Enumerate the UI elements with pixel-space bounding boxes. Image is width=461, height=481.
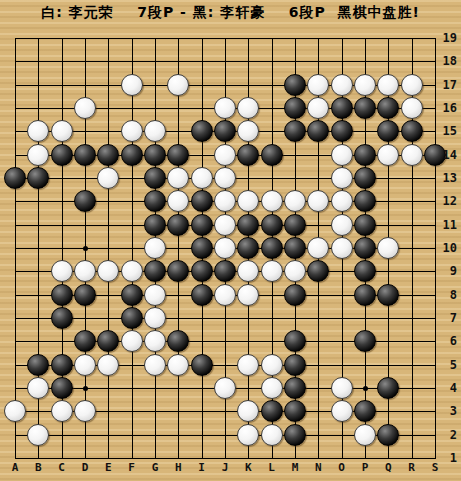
- stone-black: [121, 284, 143, 306]
- stone-white: [144, 284, 166, 306]
- stone-white: [214, 97, 236, 119]
- column-label: Q: [378, 461, 398, 474]
- stone-black: [354, 260, 376, 282]
- stone-black: [51, 377, 73, 399]
- stone-black: [214, 120, 236, 142]
- row-label: 2: [437, 428, 457, 442]
- stone-black: [121, 144, 143, 166]
- row-label: 17: [437, 78, 457, 92]
- column-label: G: [145, 461, 165, 474]
- stone-white: [74, 354, 96, 376]
- stone-black: [284, 400, 306, 422]
- stone-black: [284, 354, 306, 376]
- stone-white: [144, 237, 166, 259]
- stone-white: [4, 400, 26, 422]
- stone-black: [144, 190, 166, 212]
- stone-white: [27, 377, 49, 399]
- grid-line: [435, 38, 436, 459]
- stone-black: [74, 144, 96, 166]
- stone-white: [261, 424, 283, 446]
- stone-black: [51, 307, 73, 329]
- stone-black: [354, 330, 376, 352]
- stone-black: [121, 307, 143, 329]
- row-label: 13: [437, 171, 457, 185]
- grid-line: [15, 458, 436, 459]
- stone-white: [191, 167, 213, 189]
- stone-black: [354, 167, 376, 189]
- stone-white: [167, 74, 189, 96]
- stone-white: [121, 330, 143, 352]
- column-label: K: [238, 461, 258, 474]
- stone-white: [144, 354, 166, 376]
- stone-black: [307, 260, 329, 282]
- stone-black: [377, 284, 399, 306]
- stone-black: [261, 144, 283, 166]
- stone-white: [214, 377, 236, 399]
- row-label: 1: [437, 451, 457, 465]
- stone-black: [307, 120, 329, 142]
- stone-white: [97, 260, 119, 282]
- column-label: B: [28, 461, 48, 474]
- stone-white: [51, 120, 73, 142]
- stone-black: [144, 214, 166, 236]
- stone-white: [214, 214, 236, 236]
- stone-black: [51, 354, 73, 376]
- stone-black: [377, 377, 399, 399]
- row-label: 9: [437, 264, 457, 278]
- stone-black: [4, 167, 26, 189]
- stone-black: [27, 167, 49, 189]
- stone-white: [284, 260, 306, 282]
- stone-white: [377, 237, 399, 259]
- column-label: I: [192, 461, 212, 474]
- stone-black: [191, 120, 213, 142]
- stone-white: [261, 377, 283, 399]
- column-label: R: [402, 461, 422, 474]
- stone-black: [167, 330, 189, 352]
- stone-black: [261, 214, 283, 236]
- stone-black: [331, 120, 353, 142]
- stone-black: [191, 284, 213, 306]
- stone-white: [401, 144, 423, 166]
- stone-white: [331, 74, 353, 96]
- stone-black: [354, 284, 376, 306]
- stone-white: [237, 424, 259, 446]
- stone-white: [261, 190, 283, 212]
- stone-white: [401, 97, 423, 119]
- stone-black: [74, 284, 96, 306]
- stone-black: [167, 214, 189, 236]
- stone-black: [354, 97, 376, 119]
- stone-black: [377, 120, 399, 142]
- stone-white: [121, 74, 143, 96]
- stone-black: [284, 377, 306, 399]
- stone-white: [144, 307, 166, 329]
- stone-black: [237, 237, 259, 259]
- column-label: J: [215, 461, 235, 474]
- stone-white: [237, 354, 259, 376]
- stone-black: [284, 120, 306, 142]
- stone-black: [191, 260, 213, 282]
- stone-white: [27, 144, 49, 166]
- row-label: 8: [437, 288, 457, 302]
- stone-black: [144, 144, 166, 166]
- row-label: 5: [437, 358, 457, 372]
- stone-black: [191, 354, 213, 376]
- game-info-title: 白: 李元荣 7段P - 黑: 李轩豪 6段P 黑棋中盘胜!: [0, 4, 461, 22]
- stone-white: [214, 167, 236, 189]
- stone-white: [214, 284, 236, 306]
- stone-white: [121, 120, 143, 142]
- stone-white: [51, 400, 73, 422]
- stone-black: [354, 400, 376, 422]
- stone-black: [284, 284, 306, 306]
- stone-white: [237, 190, 259, 212]
- stone-black: [354, 214, 376, 236]
- row-label: 19: [437, 31, 457, 45]
- row-label: 14: [437, 148, 457, 162]
- stone-black: [284, 97, 306, 119]
- row-label: 12: [437, 194, 457, 208]
- stone-white: [237, 400, 259, 422]
- stone-black: [237, 214, 259, 236]
- stone-white: [237, 120, 259, 142]
- stone-white: [237, 260, 259, 282]
- stone-black: [377, 424, 399, 446]
- stone-black: [354, 144, 376, 166]
- stone-white: [237, 97, 259, 119]
- stone-white: [51, 260, 73, 282]
- stone-white: [307, 97, 329, 119]
- stone-black: [97, 330, 119, 352]
- row-label: 3: [437, 404, 457, 418]
- stone-white: [74, 400, 96, 422]
- row-label: 11: [437, 218, 457, 232]
- stone-black: [214, 260, 236, 282]
- column-label: C: [52, 461, 72, 474]
- column-label: L: [262, 461, 282, 474]
- stone-white: [27, 120, 49, 142]
- stone-white: [74, 260, 96, 282]
- stone-white: [261, 354, 283, 376]
- stone-black: [191, 190, 213, 212]
- stone-white: [307, 74, 329, 96]
- row-label: 15: [437, 124, 457, 138]
- stone-white: [97, 167, 119, 189]
- stone-white: [401, 74, 423, 96]
- row-label: 18: [437, 54, 457, 68]
- stone-black: [51, 284, 73, 306]
- column-label: O: [332, 461, 352, 474]
- column-label: E: [98, 461, 118, 474]
- star-point: [83, 386, 88, 391]
- stone-white: [354, 424, 376, 446]
- go-game-window: 白: 李元荣 7段P - 黑: 李轩豪 6段P 黑棋中盘胜! ABCDEFGHI…: [0, 0, 461, 481]
- stone-black: [167, 260, 189, 282]
- stone-white: [331, 144, 353, 166]
- stone-white: [74, 97, 96, 119]
- column-label: H: [168, 461, 188, 474]
- row-label: 16: [437, 101, 457, 115]
- stone-black: [261, 400, 283, 422]
- column-label: F: [122, 461, 142, 474]
- stone-white: [331, 167, 353, 189]
- stone-black: [167, 144, 189, 166]
- stone-white: [167, 190, 189, 212]
- stone-black: [354, 237, 376, 259]
- stone-black: [261, 237, 283, 259]
- stone-black: [27, 354, 49, 376]
- column-label: N: [308, 461, 328, 474]
- stone-white: [331, 377, 353, 399]
- row-label: 4: [437, 381, 457, 395]
- stone-black: [377, 97, 399, 119]
- stone-black: [237, 144, 259, 166]
- stone-white: [307, 237, 329, 259]
- stone-white: [284, 190, 306, 212]
- row-label: 7: [437, 311, 457, 325]
- column-label: M: [285, 461, 305, 474]
- stone-black: [51, 144, 73, 166]
- stone-black: [97, 144, 119, 166]
- stone-white: [121, 260, 143, 282]
- stone-white: [377, 144, 399, 166]
- row-label: 10: [437, 241, 457, 255]
- stone-black: [74, 330, 96, 352]
- stone-white: [261, 260, 283, 282]
- stone-black: [284, 214, 306, 236]
- star-point: [83, 246, 88, 251]
- stone-black: [354, 190, 376, 212]
- stone-black: [144, 167, 166, 189]
- stone-black: [284, 237, 306, 259]
- stone-black: [284, 74, 306, 96]
- column-label: D: [75, 461, 95, 474]
- stone-white: [331, 190, 353, 212]
- stone-black: [284, 424, 306, 446]
- stone-black: [191, 237, 213, 259]
- stone-white: [214, 190, 236, 212]
- stone-white: [237, 284, 259, 306]
- stone-white: [144, 120, 166, 142]
- stone-black: [401, 120, 423, 142]
- stone-white: [214, 237, 236, 259]
- stone-white: [331, 214, 353, 236]
- stone-white: [354, 74, 376, 96]
- stone-black: [74, 190, 96, 212]
- stone-white: [307, 190, 329, 212]
- row-label: 6: [437, 334, 457, 348]
- stone-white: [331, 400, 353, 422]
- column-label: P: [355, 461, 375, 474]
- stone-white: [97, 354, 119, 376]
- stone-black: [284, 330, 306, 352]
- stone-white: [167, 354, 189, 376]
- stone-white: [377, 74, 399, 96]
- stone-white: [167, 167, 189, 189]
- stone-white: [27, 424, 49, 446]
- stone-white: [214, 144, 236, 166]
- column-label: A: [5, 461, 25, 474]
- stone-white: [331, 237, 353, 259]
- stone-black: [331, 97, 353, 119]
- grid-line: [15, 318, 436, 319]
- star-point: [363, 386, 368, 391]
- stone-black: [191, 214, 213, 236]
- stone-black: [144, 260, 166, 282]
- stone-white: [144, 330, 166, 352]
